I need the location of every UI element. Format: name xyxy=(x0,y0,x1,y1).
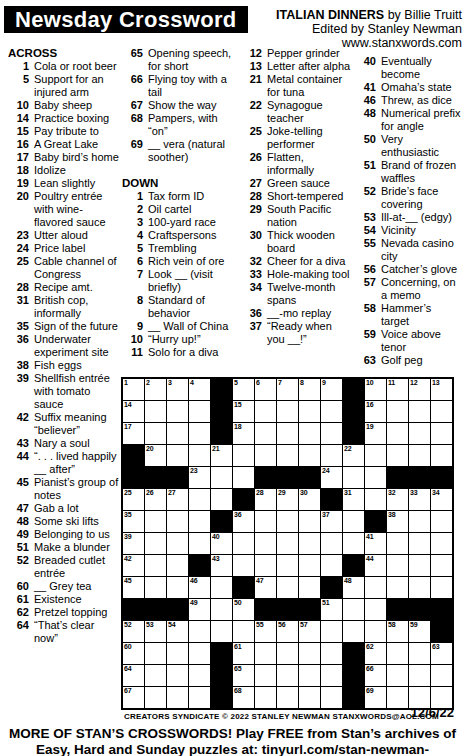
grid-cell[interactable] xyxy=(409,423,430,444)
grid-cell[interactable]: 39 xyxy=(123,533,144,554)
clue-across-14: 14Practice boxing xyxy=(8,112,120,125)
cell-number: 46 xyxy=(190,577,197,585)
grid-cell[interactable]: 62 xyxy=(365,643,386,664)
grid-cell[interactable]: 56 xyxy=(277,621,298,642)
grid-cell[interactable] xyxy=(255,445,276,466)
black-cell xyxy=(123,467,144,488)
grid-cell[interactable]: 3 xyxy=(167,379,188,400)
grid-cell[interactable]: 4 xyxy=(189,379,210,400)
grid-cell[interactable] xyxy=(145,555,166,576)
clue-text: Golf peg xyxy=(381,354,461,367)
grid-cell[interactable] xyxy=(189,687,210,708)
grid-cell[interactable] xyxy=(299,445,320,466)
grid-cell[interactable]: 55 xyxy=(255,621,276,642)
grid-cell[interactable] xyxy=(167,423,188,444)
clue-number: 46 xyxy=(355,94,376,107)
black-cell xyxy=(431,467,452,488)
grid-cell[interactable] xyxy=(277,555,298,576)
grid-cell[interactable]: 8 xyxy=(299,379,320,400)
grid-cell[interactable] xyxy=(321,621,342,642)
cell-number: 8 xyxy=(300,379,304,387)
cell-number: 44 xyxy=(366,555,373,563)
clue-text: Trembling xyxy=(148,242,235,255)
grid-cell[interactable]: 7 xyxy=(277,379,298,400)
grid-cell[interactable] xyxy=(145,577,166,598)
clue-text: Pianist’s group of notes xyxy=(34,476,120,502)
crossword-page: Newsday Crossword ITALIAN DINNERS by Bil… xyxy=(0,0,465,756)
clue-text: Poultry entrée with wine-flavored sauce xyxy=(34,190,120,229)
grid-cell[interactable]: 50 xyxy=(233,599,254,620)
grid-cell[interactable]: 51 xyxy=(321,599,342,620)
grid-cell[interactable]: 57 xyxy=(299,621,320,642)
grid-cell[interactable] xyxy=(145,533,166,554)
grid-cell[interactable] xyxy=(409,577,430,598)
grid-cell[interactable] xyxy=(409,555,430,576)
clue-number: 3 xyxy=(122,216,143,229)
black-cell xyxy=(233,489,254,510)
black-cell xyxy=(167,467,188,488)
clue-text: Solo for a diva xyxy=(148,346,235,359)
clue-number: 6 xyxy=(122,255,143,268)
clue-across-23: 23Utter aloud xyxy=(8,229,120,242)
grid-cell[interactable] xyxy=(431,555,452,576)
clue-across-49: 49Belonging to us xyxy=(8,528,120,541)
clue-text: Cable channel of Congress xyxy=(34,255,120,281)
grid-cell[interactable]: 38 xyxy=(387,511,408,532)
grid-cell[interactable]: 35 xyxy=(123,511,144,532)
grid-cell[interactable] xyxy=(321,555,342,576)
grid-cell[interactable] xyxy=(299,423,320,444)
grid-cell[interactable] xyxy=(211,489,232,510)
grid-cell[interactable] xyxy=(167,665,188,686)
grid-cell[interactable] xyxy=(189,643,210,664)
grid-cell[interactable] xyxy=(255,511,276,532)
grid-cell[interactable] xyxy=(189,423,210,444)
grid-cell[interactable] xyxy=(189,511,210,532)
grid-cell[interactable] xyxy=(145,423,166,444)
grid-cell[interactable]: 12 xyxy=(409,379,430,400)
grid-cell[interactable] xyxy=(167,445,188,466)
clue-text: __ Wall of China xyxy=(148,320,235,333)
grid-cell[interactable] xyxy=(145,643,166,664)
down-header: DOWN xyxy=(122,177,235,190)
grid-cell[interactable] xyxy=(343,533,364,554)
grid-cell[interactable]: 67 xyxy=(123,687,144,708)
grid-cell[interactable] xyxy=(299,577,320,598)
grid-cell[interactable]: 29 xyxy=(277,489,298,510)
grid-cell[interactable] xyxy=(211,577,232,598)
grid-cell[interactable]: 28 xyxy=(255,489,276,510)
cell-number: 47 xyxy=(256,577,263,585)
grid-cell[interactable] xyxy=(211,621,232,642)
grid-cell[interactable] xyxy=(277,665,298,686)
cell-number: 32 xyxy=(388,489,395,497)
clue-number: 44 xyxy=(8,450,29,476)
grid-cell[interactable]: 32 xyxy=(387,489,408,510)
crossword-grid: 1234567891011121314151617181920212223242… xyxy=(121,377,454,710)
clue-number: 53 xyxy=(355,211,376,224)
grid-cell[interactable] xyxy=(189,401,210,422)
cell-number: 10 xyxy=(366,379,373,387)
grid-cell[interactable] xyxy=(387,401,408,422)
cell-number: 33 xyxy=(410,489,417,497)
grid-cell[interactable] xyxy=(299,643,320,664)
black-cell xyxy=(145,467,166,488)
clue-down-4: 4Craftspersons xyxy=(122,229,235,242)
grid-cell[interactable]: 58 xyxy=(387,621,408,642)
clue-number: 24 xyxy=(8,242,29,255)
cell-number: 26 xyxy=(146,489,153,497)
grid-cell[interactable]: 40 xyxy=(211,533,232,554)
clue-number: 62 xyxy=(8,606,29,619)
grid-cell[interactable] xyxy=(189,445,210,466)
grid-cell[interactable]: 24 xyxy=(321,467,342,488)
grid-cell[interactable]: 53 xyxy=(145,621,166,642)
grid-cell[interactable]: 41 xyxy=(365,533,386,554)
clue-text: Oil cartel xyxy=(148,203,235,216)
clue-across-36: 36Underwater experiment site xyxy=(8,333,120,359)
grid-cell[interactable] xyxy=(343,511,364,532)
clue-text: Rich vein of ore xyxy=(148,255,235,268)
clue-number: 45 xyxy=(8,476,29,502)
grid-cell[interactable] xyxy=(145,401,166,422)
black-cell xyxy=(211,511,232,532)
grid-cell[interactable] xyxy=(409,445,430,466)
grid-cell[interactable]: 61 xyxy=(233,643,254,664)
grid-cell[interactable] xyxy=(189,489,210,510)
grid-cell[interactable] xyxy=(321,423,342,444)
grid-cell[interactable]: 27 xyxy=(167,489,188,510)
grid-cell[interactable]: 68 xyxy=(233,687,254,708)
clue-number: 43 xyxy=(8,437,29,450)
grid-cell[interactable] xyxy=(365,467,386,488)
grid-cell[interactable]: 49 xyxy=(189,599,210,620)
cell-number: 2 xyxy=(146,379,150,387)
grid-cell[interactable]: 13 xyxy=(431,379,452,400)
grid-cell[interactable]: 59 xyxy=(409,621,430,642)
grid-cell[interactable]: 15 xyxy=(233,401,254,422)
cell-number: 65 xyxy=(234,665,241,673)
grid-cell[interactable]: 64 xyxy=(123,665,144,686)
clue-across-10: 10Baby sheep xyxy=(8,99,120,112)
grid-cell[interactable] xyxy=(387,445,408,466)
grid-cell[interactable]: 52 xyxy=(123,621,144,642)
grid-cell[interactable]: 46 xyxy=(189,577,210,598)
grid-cell[interactable]: 33 xyxy=(409,489,430,510)
grid-cell[interactable] xyxy=(277,687,298,708)
grid-cell[interactable]: 42 xyxy=(123,555,144,576)
cell-number: 68 xyxy=(234,687,241,695)
grid-cell[interactable] xyxy=(365,489,386,510)
grid-cell[interactable]: 22 xyxy=(343,445,364,466)
editor-credit: Edited by Stanley Newman xyxy=(276,22,462,36)
grid-cell[interactable] xyxy=(431,401,452,422)
clue-down-10: 10“Hurry up!” xyxy=(122,333,235,346)
grid-cell[interactable] xyxy=(365,445,386,466)
grid-cell[interactable] xyxy=(255,687,276,708)
clue-down-56: 56Catcher’s glove xyxy=(355,263,461,276)
cell-number: 58 xyxy=(388,621,395,629)
grid-cell[interactable] xyxy=(299,401,320,422)
grid-cell[interactable] xyxy=(189,665,210,686)
clue-down-26: 26Flatten, informally xyxy=(241,151,351,177)
clue-number: 69 xyxy=(122,138,143,164)
clue-down-8: 8Standard of behavior xyxy=(122,294,235,320)
clue-text: Opening speech, for short xyxy=(148,47,235,73)
grid-cell[interactable] xyxy=(277,511,298,532)
grid-cell[interactable] xyxy=(277,445,298,466)
grid-cell[interactable] xyxy=(321,687,342,708)
grid-cell[interactable]: 2 xyxy=(145,379,166,400)
grid-cell[interactable] xyxy=(387,687,408,708)
cell-number: 25 xyxy=(124,489,131,497)
cell-number: 4 xyxy=(190,379,194,387)
grid-cell[interactable] xyxy=(233,467,254,488)
cell-number: 7 xyxy=(278,379,282,387)
grid-cell[interactable] xyxy=(321,401,342,422)
black-cell xyxy=(343,401,364,422)
clue-text: Look __ (visit briefly) xyxy=(148,268,235,294)
across-header: ACROSS xyxy=(8,47,120,60)
grid-cell[interactable] xyxy=(321,665,342,686)
clue-text: Shellfish entrée with tomato sauce xyxy=(34,372,120,411)
grid-cell[interactable]: 20 xyxy=(145,445,166,466)
clue-across-52: 52Breaded cutlet entrée xyxy=(8,554,120,580)
grid-cell[interactable] xyxy=(299,555,320,576)
clue-across-48: 48Some ski lifts xyxy=(8,515,120,528)
black-cell xyxy=(233,577,254,598)
grid-cell[interactable]: 21 xyxy=(211,445,232,466)
grid-cell[interactable] xyxy=(255,533,276,554)
grid-cell[interactable]: 54 xyxy=(167,621,188,642)
grid-cell[interactable]: 23 xyxy=(189,467,210,488)
grid-cell[interactable] xyxy=(409,643,430,664)
grid-cell[interactable] xyxy=(299,533,320,554)
clue-number: 48 xyxy=(8,515,29,528)
grid-cell[interactable] xyxy=(387,665,408,686)
clue-text: British cop, informally xyxy=(34,294,120,320)
grid-cell[interactable] xyxy=(167,643,188,664)
grid-cell[interactable] xyxy=(233,445,254,466)
black-cell xyxy=(343,379,364,400)
grid-cell[interactable]: 19 xyxy=(365,423,386,444)
clue-across-18: 18Idolize xyxy=(8,164,120,177)
clue-number: 29 xyxy=(241,203,262,229)
grid-cell[interactable]: 45 xyxy=(123,577,144,598)
cell-number: 15 xyxy=(234,401,241,409)
grid-cell[interactable] xyxy=(167,401,188,422)
grid-cell[interactable]: 66 xyxy=(365,665,386,686)
clue-number: 12 xyxy=(241,47,262,60)
clue-number: 7 xyxy=(122,268,143,294)
grid-cell[interactable] xyxy=(321,445,342,466)
grid-cell[interactable]: 47 xyxy=(255,577,276,598)
cell-number: 64 xyxy=(124,665,131,673)
grid-cell[interactable] xyxy=(233,621,254,642)
grid-cell[interactable] xyxy=(431,445,452,466)
grid-cell[interactable] xyxy=(277,401,298,422)
clue-text: Nevada casino city xyxy=(381,237,461,263)
grid-cell[interactable]: 18 xyxy=(233,423,254,444)
clue-number: 30 xyxy=(241,229,262,255)
cell-number: 50 xyxy=(234,599,241,607)
grid-cell[interactable] xyxy=(189,621,210,642)
cell-number: 42 xyxy=(124,555,131,563)
grid-cell[interactable]: 30 xyxy=(299,489,320,510)
clue-text: Breaded cutlet entrée xyxy=(34,554,120,580)
clue-across-64: 64“That’s clear now” xyxy=(8,619,120,645)
cell-number: 16 xyxy=(366,401,373,409)
clue-text: Eventually become xyxy=(381,55,461,81)
clue-number: 42 xyxy=(8,411,29,437)
grid-cell[interactable] xyxy=(233,533,254,554)
clue-down-27: 27Green sauce xyxy=(241,177,351,190)
grid-cell[interactable] xyxy=(167,577,188,598)
grid-cell[interactable]: 31 xyxy=(343,489,364,510)
grid-cell[interactable] xyxy=(277,533,298,554)
grid-cell[interactable]: 37 xyxy=(321,511,342,532)
grid-cell[interactable] xyxy=(387,577,408,598)
grid-cell[interactable]: 9 xyxy=(321,379,342,400)
clue-number: 8 xyxy=(122,294,143,320)
grid-cell[interactable]: 10 xyxy=(365,379,386,400)
grid-cell[interactable] xyxy=(409,533,430,554)
grid-cell[interactable] xyxy=(431,665,452,686)
grid-cell[interactable] xyxy=(321,533,342,554)
cell-number: 43 xyxy=(212,555,219,563)
clue-down-36: 36__-mo replay xyxy=(241,307,351,320)
grid-cell[interactable] xyxy=(321,643,342,664)
grid-cell[interactable]: 69 xyxy=(365,687,386,708)
grid-cell[interactable]: 5 xyxy=(233,379,254,400)
grid-cell[interactable] xyxy=(387,423,408,444)
grid-cell[interactable] xyxy=(167,511,188,532)
clue-down-11: 11Solo for a diva xyxy=(122,346,235,359)
grid-cell[interactable] xyxy=(255,423,276,444)
grid-cell[interactable] xyxy=(255,643,276,664)
grid-cell[interactable] xyxy=(255,665,276,686)
black-cell xyxy=(299,599,320,620)
grid-cell[interactable]: 44 xyxy=(365,555,386,576)
clue-down-55: 55Nevada casino city xyxy=(355,237,461,263)
clue-number: 10 xyxy=(8,99,29,112)
clue-across-38: 38Fish eggs xyxy=(8,359,120,372)
grid-cell[interactable]: 34 xyxy=(431,489,452,510)
grid-cell[interactable] xyxy=(387,555,408,576)
clue-text: Recipe amt. xyxy=(34,281,120,294)
grid-cell[interactable] xyxy=(277,423,298,444)
grid-cell[interactable] xyxy=(299,665,320,686)
grid-cell[interactable]: 25 xyxy=(123,489,144,510)
grid-cell[interactable] xyxy=(409,401,430,422)
grid-cell[interactable] xyxy=(431,577,452,598)
clue-down-41: 41Omaha’s state xyxy=(355,81,461,94)
grid-cell[interactable] xyxy=(365,577,386,598)
grid-cell[interactable] xyxy=(189,533,210,554)
grid-cell[interactable] xyxy=(299,687,320,708)
grid-cell[interactable] xyxy=(409,511,430,532)
grid-cell[interactable] xyxy=(365,621,386,642)
grid-cell[interactable] xyxy=(255,401,276,422)
grid-cell[interactable] xyxy=(211,599,232,620)
grid-cell[interactable] xyxy=(145,665,166,686)
grid-cell[interactable]: 43 xyxy=(211,555,232,576)
grid-cell[interactable] xyxy=(167,687,188,708)
clue-text: Flatten, informally xyxy=(267,151,351,177)
clue-text: Flying toy with a tail xyxy=(148,73,235,99)
grid-cell[interactable]: 17 xyxy=(123,423,144,444)
grid-cell[interactable] xyxy=(277,577,298,598)
grid-cell[interactable] xyxy=(431,423,452,444)
clue-text: “Hurry up!” xyxy=(148,333,235,346)
grid-cell[interactable]: 11 xyxy=(387,379,408,400)
grid-cell[interactable] xyxy=(277,643,298,664)
cell-number: 53 xyxy=(146,621,153,629)
grid-cell[interactable]: 63 xyxy=(431,643,452,664)
copyright-line: CREATORS SYNDICATE © 2022 STANLEY NEWMAN… xyxy=(124,712,439,721)
black-cell xyxy=(211,379,232,400)
grid-cell[interactable]: 1 xyxy=(123,379,144,400)
grid-cell[interactable] xyxy=(255,555,276,576)
grid-cell[interactable]: 14 xyxy=(123,401,144,422)
clue-number: 66 xyxy=(122,73,143,99)
grid-cell[interactable] xyxy=(343,467,364,488)
grid-cell[interactable]: 16 xyxy=(365,401,386,422)
grid-cell[interactable] xyxy=(233,555,254,576)
clue-text: Tax form ID xyxy=(148,190,235,203)
grid-cell[interactable] xyxy=(167,555,188,576)
clue-across-5: 5Support for an injured arm xyxy=(8,73,120,99)
grid-cell[interactable] xyxy=(299,511,320,532)
grid-cell[interactable]: 6 xyxy=(255,379,276,400)
cell-number: 60 xyxy=(124,643,131,651)
cell-number: 21 xyxy=(212,445,219,453)
grid-cell[interactable]: 65 xyxy=(233,665,254,686)
clue-across-62: 62Pretzel topping xyxy=(8,606,120,619)
clue-text: Lean slightly xyxy=(34,177,120,190)
grid-cell[interactable] xyxy=(409,665,430,686)
black-cell xyxy=(387,467,408,488)
grid-cell[interactable] xyxy=(343,599,364,620)
cell-number: 59 xyxy=(410,621,417,629)
grid-cell[interactable]: 26 xyxy=(145,489,166,510)
clue-number: 28 xyxy=(8,281,29,294)
grid-cell[interactable] xyxy=(431,511,452,532)
clue-number: 28 xyxy=(241,190,262,203)
grid-cell[interactable]: 48 xyxy=(343,577,364,598)
grid-cell[interactable] xyxy=(167,533,188,554)
clue-number: 48 xyxy=(355,107,376,133)
grid-cell[interactable] xyxy=(387,533,408,554)
grid-cell[interactable] xyxy=(365,599,386,620)
clue-down-9: 9__ Wall of China xyxy=(122,320,235,333)
clue-across-1: 1Cola or root beer xyxy=(8,60,120,73)
grid-cell[interactable] xyxy=(431,533,452,554)
grid-cell[interactable] xyxy=(211,467,232,488)
grid-cell[interactable] xyxy=(145,687,166,708)
cell-number: 20 xyxy=(146,445,153,453)
grid-cell[interactable]: 60 xyxy=(123,643,144,664)
grid-cell[interactable] xyxy=(145,511,166,532)
clue-number: 20 xyxy=(8,190,29,229)
clue-text: Baby bird’s home xyxy=(34,151,120,164)
grid-cell[interactable]: 36 xyxy=(233,511,254,532)
grid-cell[interactable] xyxy=(387,643,408,664)
clue-text: “That’s clear now” xyxy=(34,619,120,645)
grid-cell[interactable] xyxy=(343,621,364,642)
clue-text: Letter after alpha xyxy=(267,60,351,73)
black-cell xyxy=(431,621,452,642)
